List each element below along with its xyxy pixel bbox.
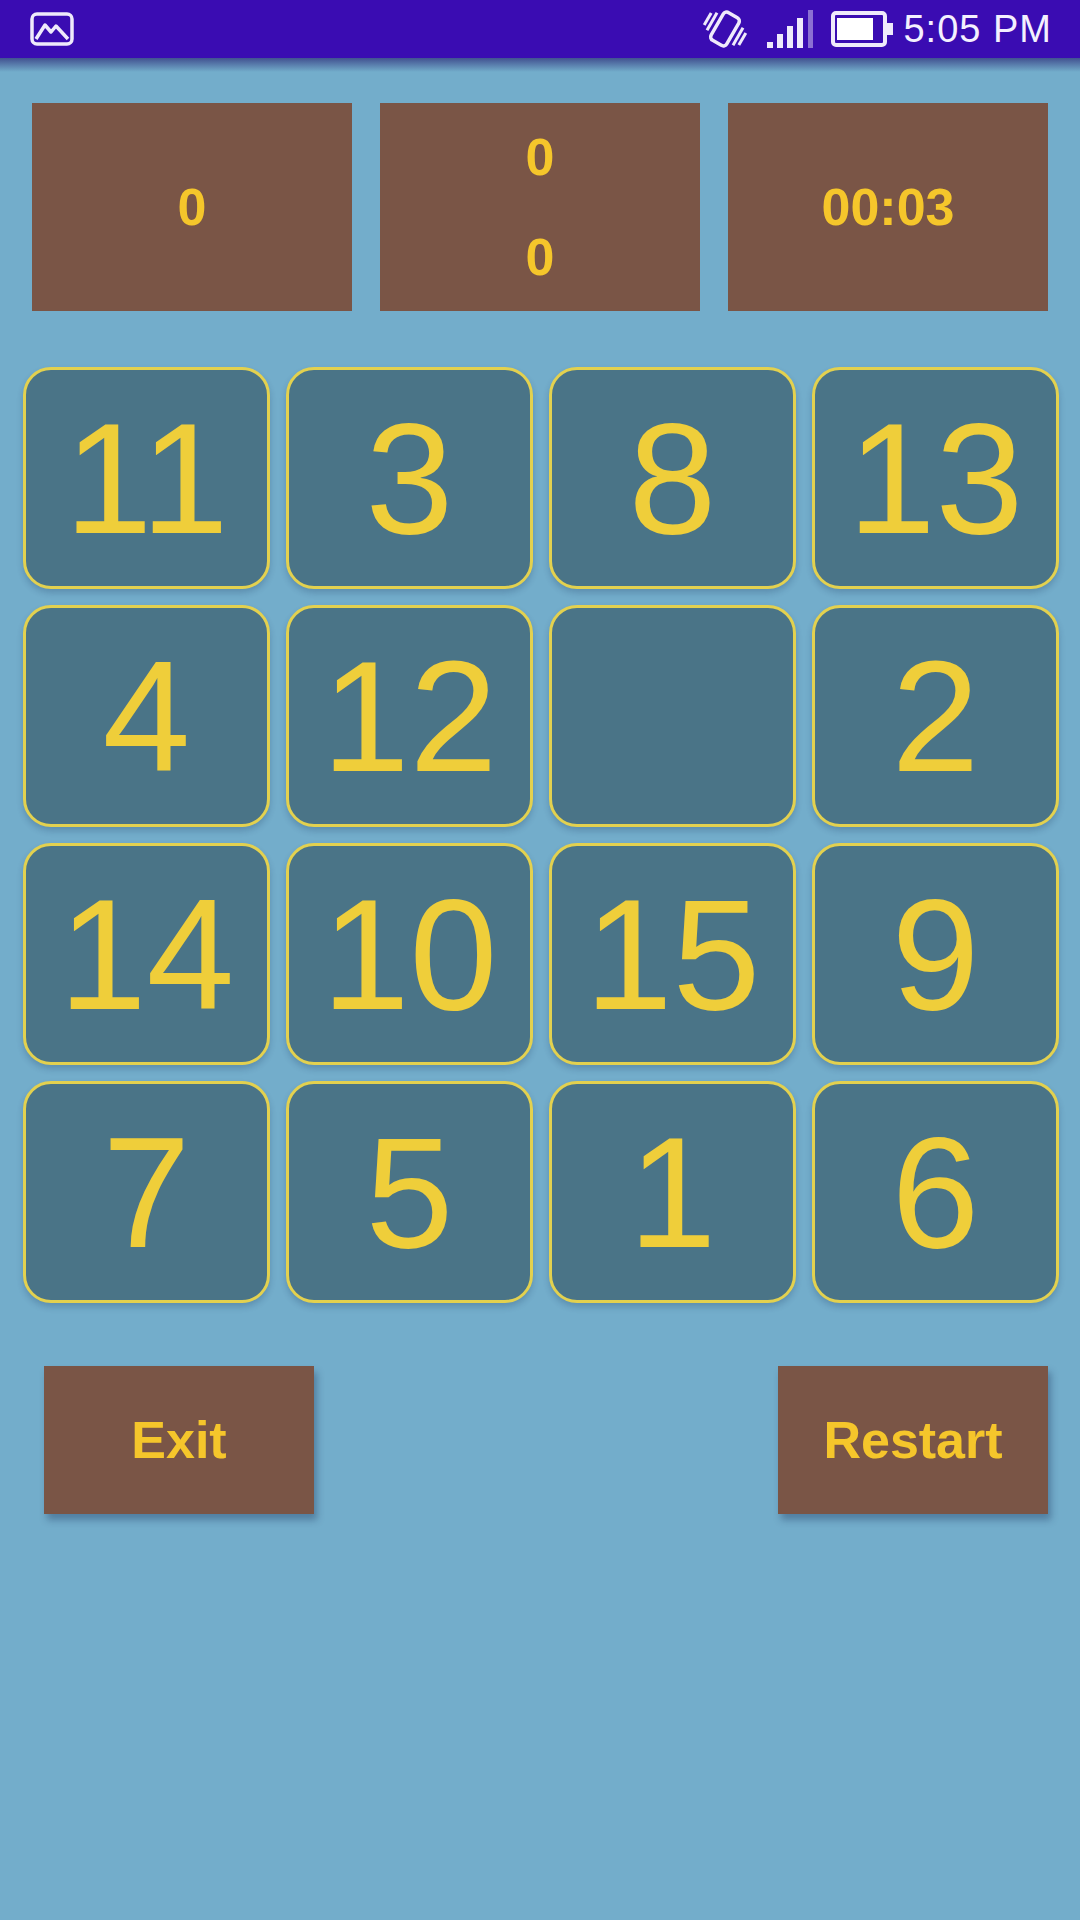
tile-11[interactable]: 11 <box>23 367 270 589</box>
hud-row: 0 0 0 00:03 <box>0 103 1080 311</box>
tile-6[interactable]: 6 <box>812 1081 1059 1303</box>
tile-15[interactable]: 15 <box>549 843 796 1065</box>
puzzle-board: 11 3 8 13 4 12 2 14 10 15 9 7 5 1 6 <box>23 367 1059 1303</box>
restart-button[interactable]: Restart <box>778 1366 1048 1514</box>
restart-button-label: Restart <box>823 1410 1002 1470</box>
hud-timer: 00:03 <box>822 177 955 237</box>
tile-13[interactable]: 13 <box>812 367 1059 589</box>
tile-4[interactable]: 4 <box>23 605 270 827</box>
exit-button[interactable]: Exit <box>44 1366 314 1514</box>
empty-slot <box>549 605 796 827</box>
app-screen: 5:05 PM 0 0 0 00:03 11 3 8 13 4 12 2 14 … <box>0 0 1080 1920</box>
battery-icon <box>831 11 893 47</box>
tile-10[interactable]: 10 <box>286 843 533 1065</box>
exit-button-label: Exit <box>131 1410 226 1470</box>
hud-middle-top-counter: 0 <box>526 127 555 187</box>
status-bar-shadow <box>0 58 1080 72</box>
tile-8[interactable]: 8 <box>549 367 796 589</box>
tile-1[interactable]: 1 <box>549 1081 796 1303</box>
hud-timer-box: 00:03 <box>728 103 1048 311</box>
tile-7[interactable]: 7 <box>23 1081 270 1303</box>
hud-middle-counter-box: 0 0 <box>380 103 700 311</box>
hud-left-counter: 0 <box>178 177 207 237</box>
tile-14[interactable]: 14 <box>23 843 270 1065</box>
tile-2[interactable]: 2 <box>812 605 1059 827</box>
image-icon <box>30 12 74 46</box>
tile-9[interactable]: 9 <box>812 843 1059 1065</box>
status-time: 5:05 PM <box>903 8 1052 51</box>
hud-left-counter-box: 0 <box>32 103 352 311</box>
status-bar: 5:05 PM <box>0 0 1080 58</box>
tile-3[interactable]: 3 <box>286 367 533 589</box>
signal-strength-icon <box>767 8 815 50</box>
tile-12[interactable]: 12 <box>286 605 533 827</box>
tile-5[interactable]: 5 <box>286 1081 533 1303</box>
vibrate-icon <box>699 3 751 55</box>
hud-middle-bottom-counter: 0 <box>526 227 555 287</box>
